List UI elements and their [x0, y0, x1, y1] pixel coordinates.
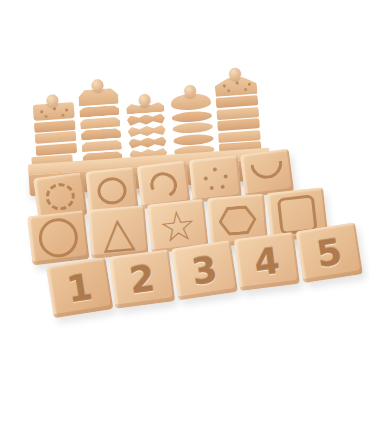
dot-engraving	[212, 167, 216, 171]
peg-knob-icon	[138, 93, 151, 106]
dot-engraving	[209, 185, 213, 189]
tile-triangle: △	[88, 205, 149, 259]
star-engraving-icon: ☆	[157, 203, 199, 249]
tile-number-3: 3	[171, 240, 238, 300]
square-piece	[34, 131, 76, 144]
peg-knob-icon	[46, 94, 59, 107]
hexagon-piece	[79, 105, 120, 118]
number-4-engraving: 4	[252, 240, 282, 284]
hexagon-engraving-inner	[221, 208, 255, 234]
product-photo: △☆ 12345	[0, 0, 370, 423]
circle-engraving-icon	[37, 216, 80, 259]
dot-engraving	[203, 176, 207, 180]
square-piece	[35, 142, 77, 155]
stack-square	[31, 93, 78, 167]
circle-piece	[172, 121, 213, 134]
tile-number-5: 5	[296, 222, 363, 283]
triangle-piece	[216, 95, 259, 108]
smile-arc-engraving-icon	[250, 160, 284, 180]
star-piece	[128, 136, 167, 149]
stack-star	[123, 92, 169, 160]
hexagon-piece	[81, 139, 122, 152]
number-5-engraving: 5	[314, 231, 345, 275]
dot-engraving	[223, 174, 227, 178]
stack-hexagon	[76, 78, 124, 164]
hexagon-piece	[80, 116, 121, 129]
tile-number-2: 2	[109, 249, 175, 308]
number-1-engraving: 1	[64, 266, 95, 310]
stack-triangle	[214, 66, 262, 154]
tile-number-1: 1	[46, 257, 113, 318]
dashed-circle-engraving-icon	[44, 181, 76, 212]
open-arc-engraving-icon	[147, 169, 180, 201]
number-3-engraving: 3	[189, 248, 220, 292]
number-2-engraving: 2	[127, 257, 157, 301]
dot-engraving	[220, 184, 224, 188]
peg-knob-icon	[184, 84, 197, 97]
triangle-piece	[217, 118, 260, 131]
circle-piece	[172, 110, 213, 123]
circle-piece	[173, 133, 214, 146]
star-piece	[127, 113, 166, 126]
hexagon-engraving-icon	[217, 205, 257, 237]
ring-engraving-icon	[96, 176, 128, 206]
star-piece	[127, 125, 166, 138]
triangle-engraving-icon: △	[100, 210, 136, 255]
tile-number-4: 4	[234, 232, 300, 291]
tile-circle	[27, 210, 89, 265]
stack-circle	[169, 83, 216, 157]
hexagon-piece	[81, 128, 122, 141]
dots-engraving-icon	[199, 165, 231, 194]
